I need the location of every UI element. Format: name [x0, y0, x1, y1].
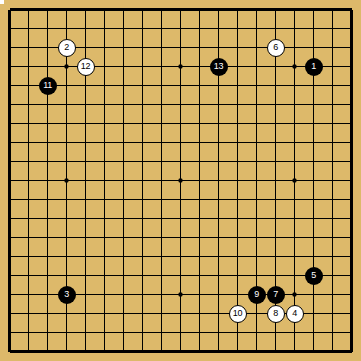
stone-white-E16: 12: [77, 58, 95, 76]
move-number: 8: [273, 309, 278, 318]
move-number: 6: [273, 43, 278, 52]
stone-white-N3: 10: [229, 305, 247, 323]
window-corner-notch: [0, 0, 4, 4]
move-number: 3: [64, 290, 69, 299]
stone-black-R5: 5: [305, 267, 323, 285]
move-number: 5: [311, 271, 316, 280]
move-number: 12: [81, 62, 90, 71]
stone-black-O4: 9: [248, 286, 266, 304]
move-number: 1: [311, 62, 316, 71]
stone-black-C15: 11: [39, 77, 57, 95]
stone-white-Q3: 4: [286, 305, 304, 323]
move-number: 11: [43, 81, 52, 90]
go-board-diagram: 12345678910111213: [0, 0, 361, 361]
stone-black-P4: 7: [267, 286, 285, 304]
stone-black-R16: 1: [305, 58, 323, 76]
stone-white-D17: 2: [58, 39, 76, 57]
move-number: 10: [233, 309, 242, 318]
stone-white-P17: 6: [267, 39, 285, 57]
move-number: 13: [214, 62, 223, 71]
stone-white-P3: 8: [267, 305, 285, 323]
move-number: 2: [64, 43, 69, 52]
stone-black-M16: 13: [210, 58, 228, 76]
move-number: 7: [273, 290, 278, 299]
stone-black-D4: 3: [58, 286, 76, 304]
move-number: 4: [292, 309, 297, 318]
move-number: 9: [254, 290, 259, 299]
goban[interactable]: 12345678910111213: [0, 0, 361, 361]
